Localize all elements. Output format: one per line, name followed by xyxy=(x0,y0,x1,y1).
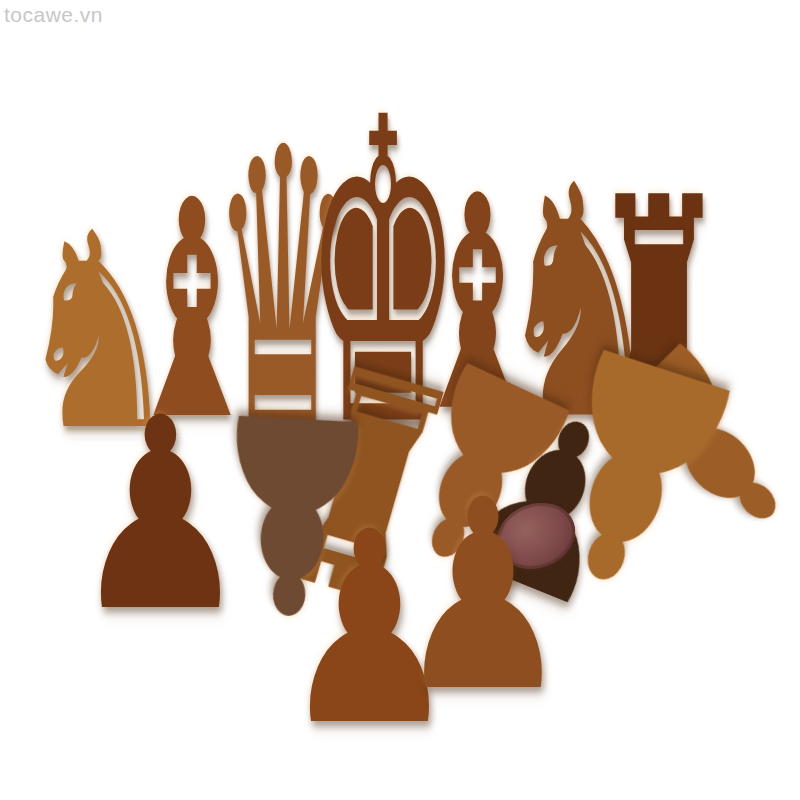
piece-pawn-5: ♟ xyxy=(385,458,582,720)
pieces-layer: ♞♝♛♚♝♞♜♟♟♜♟♟♟♟♟♟ xyxy=(0,0,800,800)
pawn-glyph: ♟ xyxy=(71,382,249,647)
pawn-glyph: ♟ xyxy=(395,466,571,728)
piece-pawn-1: ♟ xyxy=(61,375,260,640)
product-photo-canvas: tocawe.vn ♞♝♛♚♝♞♜♟♟♜♟♟♟♟♟♟ xyxy=(0,0,800,800)
